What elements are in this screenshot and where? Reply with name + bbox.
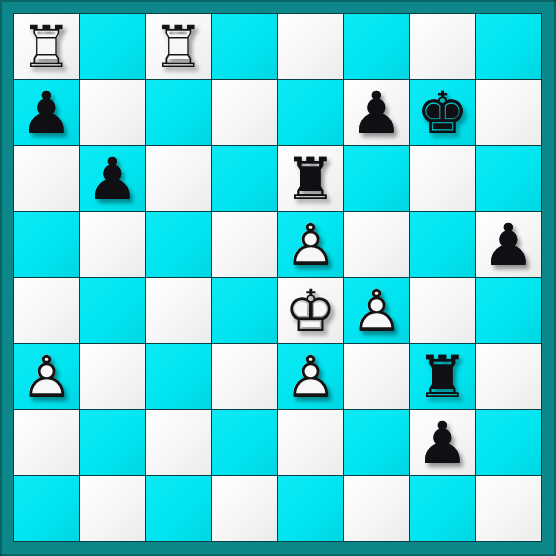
square-a6[interactable] bbox=[14, 146, 79, 211]
square-f1[interactable] bbox=[344, 476, 409, 541]
square-e2[interactable] bbox=[278, 410, 343, 475]
chess-board-frame: ♜♖♜♖♟♟♟♟♚♚♟♟♜♜♟♙♟♟♚♔♟♙♟♙♟♙♜♜♟♟ bbox=[0, 0, 556, 556]
square-h2[interactable] bbox=[476, 410, 541, 475]
white-pawn-glyph: ♙ bbox=[344, 278, 409, 343]
square-e4[interactable]: ♚♔ bbox=[278, 278, 343, 343]
square-g3[interactable]: ♜♜ bbox=[410, 344, 475, 409]
white-pawn[interactable]: ♟♙ bbox=[278, 344, 343, 409]
white-pawn[interactable]: ♟♙ bbox=[278, 212, 343, 277]
black-pawn[interactable]: ♟♟ bbox=[80, 146, 145, 211]
white-pawn-glyph: ♙ bbox=[14, 344, 79, 409]
square-f3[interactable] bbox=[344, 344, 409, 409]
square-f5[interactable] bbox=[344, 212, 409, 277]
white-pawn-glyph: ♙ bbox=[278, 344, 343, 409]
square-d8[interactable] bbox=[212, 14, 277, 79]
square-f2[interactable] bbox=[344, 410, 409, 475]
square-c2[interactable] bbox=[146, 410, 211, 475]
square-g5[interactable] bbox=[410, 212, 475, 277]
square-h7[interactable] bbox=[476, 80, 541, 145]
square-d6[interactable] bbox=[212, 146, 277, 211]
square-b2[interactable] bbox=[80, 410, 145, 475]
square-h1[interactable] bbox=[476, 476, 541, 541]
square-d3[interactable] bbox=[212, 344, 277, 409]
square-a1[interactable] bbox=[14, 476, 79, 541]
square-e3[interactable]: ♟♙ bbox=[278, 344, 343, 409]
square-d1[interactable] bbox=[212, 476, 277, 541]
square-d2[interactable] bbox=[212, 410, 277, 475]
square-c4[interactable] bbox=[146, 278, 211, 343]
black-pawn[interactable]: ♟♟ bbox=[14, 80, 79, 145]
white-pawn[interactable]: ♟♙ bbox=[344, 278, 409, 343]
square-h4[interactable] bbox=[476, 278, 541, 343]
black-rook[interactable]: ♜♜ bbox=[278, 146, 343, 211]
square-c6[interactable] bbox=[146, 146, 211, 211]
square-b3[interactable] bbox=[80, 344, 145, 409]
square-g7[interactable]: ♚♚ bbox=[410, 80, 475, 145]
square-e8[interactable] bbox=[278, 14, 343, 79]
square-a3[interactable]: ♟♙ bbox=[14, 344, 79, 409]
square-e6[interactable]: ♜♜ bbox=[278, 146, 343, 211]
square-h3[interactable] bbox=[476, 344, 541, 409]
white-pawn[interactable]: ♟♙ bbox=[14, 344, 79, 409]
square-a5[interactable] bbox=[14, 212, 79, 277]
black-pawn[interactable]: ♟♟ bbox=[410, 410, 475, 475]
square-b5[interactable] bbox=[80, 212, 145, 277]
square-f4[interactable]: ♟♙ bbox=[344, 278, 409, 343]
black-king-glyph: ♚ bbox=[410, 80, 475, 145]
black-rook-glyph: ♜ bbox=[278, 146, 343, 211]
square-a4[interactable] bbox=[14, 278, 79, 343]
square-f6[interactable] bbox=[344, 146, 409, 211]
black-king[interactable]: ♚♚ bbox=[410, 80, 475, 145]
square-c1[interactable] bbox=[146, 476, 211, 541]
square-b6[interactable]: ♟♟ bbox=[80, 146, 145, 211]
white-rook-glyph: ♖ bbox=[14, 14, 79, 79]
square-h8[interactable] bbox=[476, 14, 541, 79]
white-rook-glyph: ♖ bbox=[146, 14, 211, 79]
white-king-glyph: ♔ bbox=[278, 278, 343, 343]
square-h5[interactable]: ♟♟ bbox=[476, 212, 541, 277]
square-g8[interactable] bbox=[410, 14, 475, 79]
black-pawn[interactable]: ♟♟ bbox=[344, 80, 409, 145]
square-e7[interactable] bbox=[278, 80, 343, 145]
white-rook[interactable]: ♜♖ bbox=[146, 14, 211, 79]
square-b8[interactable] bbox=[80, 14, 145, 79]
square-g1[interactable] bbox=[410, 476, 475, 541]
white-king[interactable]: ♚♔ bbox=[278, 278, 343, 343]
square-h6[interactable] bbox=[476, 146, 541, 211]
square-d5[interactable] bbox=[212, 212, 277, 277]
black-pawn-glyph: ♟ bbox=[410, 410, 475, 475]
square-c8[interactable]: ♜♖ bbox=[146, 14, 211, 79]
black-rook[interactable]: ♜♜ bbox=[410, 344, 475, 409]
white-pawn-glyph: ♙ bbox=[278, 212, 343, 277]
square-g6[interactable] bbox=[410, 146, 475, 211]
black-pawn-glyph: ♟ bbox=[344, 80, 409, 145]
square-e5[interactable]: ♟♙ bbox=[278, 212, 343, 277]
square-d4[interactable] bbox=[212, 278, 277, 343]
white-rook[interactable]: ♜♖ bbox=[14, 14, 79, 79]
square-e1[interactable] bbox=[278, 476, 343, 541]
square-a2[interactable] bbox=[14, 410, 79, 475]
square-b7[interactable] bbox=[80, 80, 145, 145]
square-c3[interactable] bbox=[146, 344, 211, 409]
chess-board: ♜♖♜♖♟♟♟♟♚♚♟♟♜♜♟♙♟♟♚♔♟♙♟♙♟♙♜♜♟♟ bbox=[13, 13, 542, 542]
square-d7[interactable] bbox=[212, 80, 277, 145]
black-pawn-glyph: ♟ bbox=[476, 212, 541, 277]
square-b4[interactable] bbox=[80, 278, 145, 343]
square-a7[interactable]: ♟♟ bbox=[14, 80, 79, 145]
black-rook-glyph: ♜ bbox=[410, 344, 475, 409]
square-f8[interactable] bbox=[344, 14, 409, 79]
square-c7[interactable] bbox=[146, 80, 211, 145]
square-g4[interactable] bbox=[410, 278, 475, 343]
square-a8[interactable]: ♜♖ bbox=[14, 14, 79, 79]
black-pawn-glyph: ♟ bbox=[14, 80, 79, 145]
square-f7[interactable]: ♟♟ bbox=[344, 80, 409, 145]
black-pawn[interactable]: ♟♟ bbox=[476, 212, 541, 277]
square-c5[interactable] bbox=[146, 212, 211, 277]
black-pawn-glyph: ♟ bbox=[80, 146, 145, 211]
square-g2[interactable]: ♟♟ bbox=[410, 410, 475, 475]
square-b1[interactable] bbox=[80, 476, 145, 541]
